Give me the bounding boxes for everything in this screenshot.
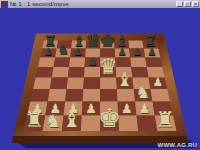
piece-bk-e8[interactable]: ♚ (99, 31, 115, 49)
window-controls: _ □ × (176, 1, 199, 7)
piece-bp-f7[interactable]: ♟ (118, 47, 127, 57)
piece-bp-d6[interactable]: ♟ (88, 56, 98, 67)
piece-wb-c1[interactable]: ♝ (62, 109, 81, 131)
square-f1[interactable] (118, 115, 138, 131)
piece-wp-h4[interactable]: ♟ (152, 77, 163, 89)
piece-wb-f4[interactable]: ♝ (116, 70, 133, 89)
square-b5[interactable] (52, 67, 69, 77)
square-g1[interactable] (137, 115, 158, 131)
square-g6[interactable] (130, 57, 147, 67)
minimize-button[interactable]: _ (176, 1, 183, 7)
square-h6[interactable] (145, 57, 162, 67)
piece-wp-d2[interactable]: ♟ (85, 102, 97, 115)
piece-bp-g7[interactable]: ♟ (133, 47, 142, 57)
watermark: WWW.AG.RU (158, 142, 197, 148)
square-e3[interactable] (100, 89, 117, 102)
piece-wn-b1[interactable]: ♞ (45, 112, 61, 130)
maximize-button[interactable]: □ (184, 1, 191, 7)
board-viewport: ♜♝♛♚♝♜♟♞♟♟♟♟♟♛♝♟♞♟♟♟♟♟♟♜♞♝♚♜ WWW.AG.RU (0, 8, 200, 150)
title-bar[interactable]: № 1 : 1 second/move _ □ × (0, 0, 200, 8)
square-c4[interactable] (67, 77, 84, 88)
square-c6[interactable] (69, 57, 85, 67)
square-h3[interactable] (150, 89, 170, 102)
square-b6[interactable] (54, 57, 71, 67)
piece-wq-e5[interactable]: ♛ (98, 56, 117, 77)
square-a4[interactable] (33, 77, 52, 88)
piece-wp-f2[interactable]: ♟ (121, 102, 133, 115)
chess-app-window: № 1 : 1 second/move _ □ × ♜♝♛♚♝♜♟♞♟♟♟♟♟♛… (0, 0, 200, 150)
square-d3[interactable] (83, 89, 101, 102)
piece-bn-b7[interactable]: ♞ (57, 44, 69, 57)
square-g5[interactable] (131, 67, 148, 77)
window-title: № 1 : 1 second/move (10, 0, 176, 8)
piece-bp-a7[interactable]: ♟ (44, 47, 53, 57)
square-b4[interactable] (50, 77, 68, 88)
square-c5[interactable] (68, 67, 85, 77)
piece-wr-h1[interactable]: ♜ (156, 109, 175, 131)
app-icon (1, 1, 8, 8)
piece-wk-e1[interactable]: ♚ (98, 105, 121, 131)
piece-wr-a1[interactable]: ♜ (25, 109, 44, 131)
square-a5[interactable] (36, 67, 54, 77)
square-f3[interactable] (117, 89, 135, 102)
square-a3[interactable] (30, 89, 50, 102)
square-c3[interactable] (65, 89, 83, 102)
piece-bp-h7[interactable]: ♟ (147, 47, 156, 57)
square-b3[interactable] (48, 89, 67, 102)
piece-wn-g3[interactable]: ♞ (135, 85, 150, 102)
close-button[interactable]: × (192, 1, 199, 7)
piece-bp-c7[interactable]: ♟ (74, 47, 83, 57)
piece-wp-g2[interactable]: ♟ (139, 102, 151, 115)
square-a6[interactable] (38, 57, 55, 67)
